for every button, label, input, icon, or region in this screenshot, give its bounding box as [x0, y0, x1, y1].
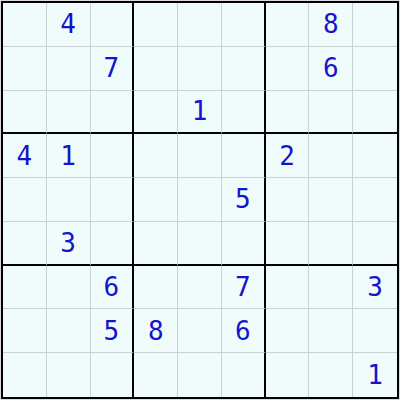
cell-r4c2[interactable]: 1: [47, 134, 91, 178]
sudoku-grid: 48761412536735861: [3, 3, 397, 397]
cell-r7c4[interactable]: [134, 266, 178, 310]
cell-r8c5[interactable]: [178, 309, 222, 353]
cell-r4c1[interactable]: 4: [3, 134, 47, 178]
cell-r9c3[interactable]: [91, 353, 135, 397]
cell-r2c6[interactable]: [222, 47, 266, 91]
cell-r9c9[interactable]: 1: [353, 353, 397, 397]
cell-r9c8[interactable]: [309, 353, 353, 397]
cell-r5c3[interactable]: [91, 178, 135, 222]
cell-r4c3[interactable]: [91, 134, 135, 178]
cell-r2c3[interactable]: 7: [91, 47, 135, 91]
cell-r4c4[interactable]: [134, 134, 178, 178]
cell-r1c1[interactable]: [3, 3, 47, 47]
cell-r9c7[interactable]: [266, 353, 310, 397]
cell-r3c1[interactable]: [3, 91, 47, 135]
cell-r4c5[interactable]: [178, 134, 222, 178]
cell-r8c1[interactable]: [3, 309, 47, 353]
cell-r2c5[interactable]: [178, 47, 222, 91]
cell-r5c1[interactable]: [3, 178, 47, 222]
cell-r8c3[interactable]: 5: [91, 309, 135, 353]
cell-r6c4[interactable]: [134, 222, 178, 266]
cell-r4c9[interactable]: [353, 134, 397, 178]
cell-r5c4[interactable]: [134, 178, 178, 222]
cell-r4c8[interactable]: [309, 134, 353, 178]
cell-r3c8[interactable]: [309, 91, 353, 135]
cell-r2c8[interactable]: 6: [309, 47, 353, 91]
cell-r5c2[interactable]: [47, 178, 91, 222]
cell-r8c4[interactable]: 8: [134, 309, 178, 353]
cell-r8c6[interactable]: 6: [222, 309, 266, 353]
cell-r2c1[interactable]: [3, 47, 47, 91]
cell-r1c3[interactable]: [91, 3, 135, 47]
cell-r1c2[interactable]: 4: [47, 3, 91, 47]
cell-r6c3[interactable]: [91, 222, 135, 266]
cell-r9c5[interactable]: [178, 353, 222, 397]
cell-r7c7[interactable]: [266, 266, 310, 310]
cell-r6c8[interactable]: [309, 222, 353, 266]
cell-r5c5[interactable]: [178, 178, 222, 222]
cell-r3c9[interactable]: [353, 91, 397, 135]
cell-r6c1[interactable]: [3, 222, 47, 266]
cell-r1c4[interactable]: [134, 3, 178, 47]
cell-r7c8[interactable]: [309, 266, 353, 310]
cell-r7c5[interactable]: [178, 266, 222, 310]
cell-r9c6[interactable]: [222, 353, 266, 397]
cell-r9c4[interactable]: [134, 353, 178, 397]
cell-r4c6[interactable]: [222, 134, 266, 178]
cell-r1c5[interactable]: [178, 3, 222, 47]
cell-r3c4[interactable]: [134, 91, 178, 135]
cell-r6c6[interactable]: [222, 222, 266, 266]
cell-r3c6[interactable]: [222, 91, 266, 135]
cell-r2c9[interactable]: [353, 47, 397, 91]
cell-r5c9[interactable]: [353, 178, 397, 222]
sudoku-board: 48761412536735861: [1, 1, 399, 399]
cell-r7c1[interactable]: [3, 266, 47, 310]
cell-r6c7[interactable]: [266, 222, 310, 266]
cell-r3c3[interactable]: [91, 91, 135, 135]
cell-r2c2[interactable]: [47, 47, 91, 91]
cell-r6c5[interactable]: [178, 222, 222, 266]
sudoku-board-frame: 48761412536735861: [0, 0, 400, 400]
cell-r6c2[interactable]: 3: [47, 222, 91, 266]
cell-r1c7[interactable]: [266, 3, 310, 47]
cell-r5c7[interactable]: [266, 178, 310, 222]
cell-r7c6[interactable]: 7: [222, 266, 266, 310]
cell-r8c7[interactable]: [266, 309, 310, 353]
cell-r3c2[interactable]: [47, 91, 91, 135]
cell-r8c2[interactable]: [47, 309, 91, 353]
cell-r2c7[interactable]: [266, 47, 310, 91]
cell-r7c2[interactable]: [47, 266, 91, 310]
cell-r1c6[interactable]: [222, 3, 266, 47]
cell-r6c9[interactable]: [353, 222, 397, 266]
cell-r9c2[interactable]: [47, 353, 91, 397]
cell-r2c4[interactable]: [134, 47, 178, 91]
cell-r5c8[interactable]: [309, 178, 353, 222]
cell-r3c5[interactable]: 1: [178, 91, 222, 135]
cell-r8c8[interactable]: [309, 309, 353, 353]
cell-r4c7[interactable]: 2: [266, 134, 310, 178]
cell-r9c1[interactable]: [3, 353, 47, 397]
cell-r7c3[interactable]: 6: [91, 266, 135, 310]
cell-r1c9[interactable]: [353, 3, 397, 47]
cell-r5c6[interactable]: 5: [222, 178, 266, 222]
cell-r3c7[interactable]: [266, 91, 310, 135]
cell-r7c9[interactable]: 3: [353, 266, 397, 310]
cell-r8c9[interactable]: [353, 309, 397, 353]
cell-r1c8[interactable]: 8: [309, 3, 353, 47]
